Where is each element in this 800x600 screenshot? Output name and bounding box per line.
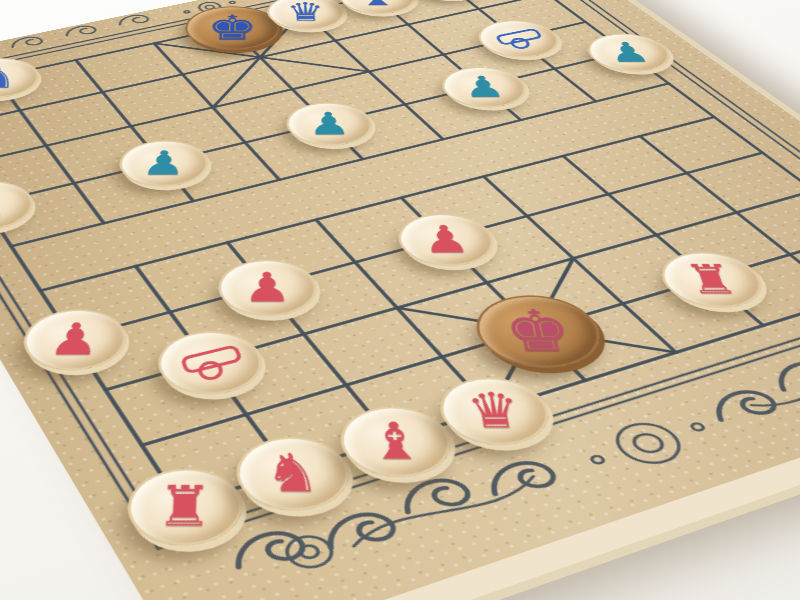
rook-glyph-icon: ♜: [681, 260, 744, 300]
board-grid: [0, 0, 800, 600]
rook-glyph-icon: ♜: [155, 479, 213, 535]
soldier-glyph-icon: ♟: [243, 267, 292, 308]
soldier-glyph-icon: ♟: [307, 108, 352, 139]
king-glyph-icon: ♚: [206, 11, 258, 45]
cannon-glyph-icon: [180, 345, 240, 380]
photo-scene: ♜♞♚♛♝♞♜♟♟♟♟♟♟♟♟♚♜♜♞♝♛: [0, 0, 800, 600]
soldier-glyph-icon: ♟: [0, 188, 13, 224]
soldier-glyph-icon: ♟: [420, 221, 473, 259]
king-glyph-icon: ♚: [499, 302, 577, 359]
advisor-glyph-icon: ♛: [286, 0, 326, 25]
xiangqi-board: ♜♞♚♛♝♞♜♟♟♟♟♟♟♟♟♚♜♜♞♝♛: [0, 0, 800, 600]
soldier-glyph-icon: ♟: [604, 39, 654, 66]
soldier-glyph-icon: ♟: [141, 147, 187, 180]
knight-glyph-icon: ♞: [265, 447, 322, 500]
cannon-glyph-icon: [493, 28, 544, 49]
soldier-glyph-icon: ♟: [461, 72, 508, 101]
elephant-glyph-icon: ♝: [357, 0, 398, 9]
soldier-glyph-icon: ♟: [47, 317, 103, 361]
elephant-glyph-icon: ♝: [366, 416, 425, 467]
advisor-glyph-icon: ♛: [464, 386, 526, 435]
knight-glyph-icon: ♞: [0, 64, 21, 93]
